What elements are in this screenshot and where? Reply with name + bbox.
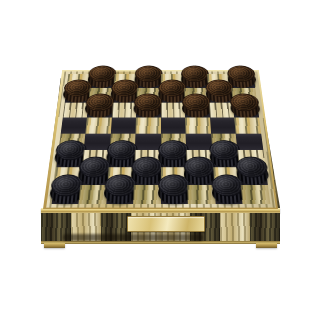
square-f6[interactable] <box>185 102 210 117</box>
checkers-set-photo <box>0 0 320 320</box>
square-f2[interactable] <box>187 167 214 185</box>
square-c3[interactable] <box>108 150 135 167</box>
square-e1[interactable] <box>161 185 188 204</box>
piece-black-c1[interactable] <box>103 181 136 203</box>
square-b1[interactable] <box>79 185 108 204</box>
square-h5[interactable] <box>234 118 261 134</box>
board-horn-rim <box>46 71 276 207</box>
square-e5[interactable] <box>161 118 186 134</box>
piece-brown-h6[interactable] <box>230 100 261 118</box>
square-a5[interactable] <box>60 118 87 134</box>
square-c7[interactable] <box>112 88 137 103</box>
square-c6[interactable] <box>111 102 136 117</box>
square-g5[interactable] <box>210 118 236 134</box>
square-d6[interactable] <box>136 102 161 117</box>
square-f5[interactable] <box>185 118 211 134</box>
drawer-recess <box>63 234 203 241</box>
square-d2[interactable] <box>134 167 161 185</box>
piece-brown-d6[interactable] <box>134 100 163 118</box>
square-g1[interactable] <box>214 185 243 204</box>
board-brass-frame <box>43 70 278 209</box>
box-front <box>41 208 280 244</box>
square-b5[interactable] <box>85 118 111 134</box>
square-h6[interactable] <box>233 102 259 117</box>
square-c5[interactable] <box>110 118 136 134</box>
square-b6[interactable] <box>87 102 113 117</box>
piece-brown-b6[interactable] <box>84 100 115 118</box>
square-d4[interactable] <box>135 133 161 149</box>
square-e6[interactable] <box>161 102 186 117</box>
square-g7[interactable] <box>208 88 233 103</box>
horn-dark-tile <box>250 213 280 241</box>
brass-base-trim <box>41 241 280 244</box>
square-h8[interactable] <box>230 74 255 88</box>
checkers-board <box>43 70 278 209</box>
square-d1[interactable] <box>133 185 160 204</box>
square-g3[interactable] <box>212 150 239 167</box>
square-e7[interactable] <box>161 88 185 103</box>
box-foot-left <box>44 243 65 248</box>
piece-black-e1[interactable] <box>158 181 191 203</box>
square-h1[interactable] <box>241 185 270 204</box>
square-d8[interactable] <box>137 74 161 88</box>
square-e3[interactable] <box>161 150 187 167</box>
square-c1[interactable] <box>106 185 134 204</box>
square-a1[interactable] <box>51 185 80 204</box>
square-f8[interactable] <box>184 74 208 88</box>
square-h4[interactable] <box>236 133 263 149</box>
piece-brown-f6[interactable] <box>182 100 212 118</box>
board-grid <box>51 74 270 204</box>
brass-plaque <box>127 216 205 232</box>
square-f4[interactable] <box>186 133 212 149</box>
square-h2[interactable] <box>239 167 267 185</box>
box-foot-right <box>256 243 277 248</box>
horn-light-tile <box>220 213 250 241</box>
square-d5[interactable] <box>135 118 160 134</box>
